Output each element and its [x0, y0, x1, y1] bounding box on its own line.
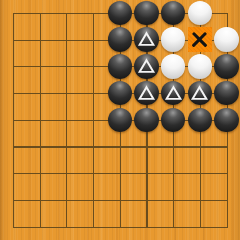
white-stone	[161, 54, 186, 79]
intersection-c4-r9[interactable]	[80, 213, 107, 240]
black-stone	[108, 27, 133, 52]
intersection-c2-r1[interactable]	[26, 0, 53, 26]
intersection-c3-r6[interactable]	[53, 133, 80, 160]
intersection-c6-r8[interactable]	[133, 186, 160, 213]
intersection-c2-r4[interactable]	[26, 80, 53, 107]
white-stone	[214, 27, 239, 52]
intersection-c3-r4[interactable]	[53, 80, 80, 107]
intersection-c9-r8[interactable]	[213, 186, 240, 213]
stones-grid	[0, 0, 240, 240]
intersection-c6-r5[interactable]	[133, 106, 160, 133]
black-stone	[214, 81, 239, 106]
intersection-c6-r9[interactable]	[133, 213, 160, 240]
intersection-c7-r5[interactable]	[160, 106, 187, 133]
go-board	[0, 0, 240, 240]
intersection-c2-r5[interactable]	[26, 106, 53, 133]
intersection-c9-r7[interactable]	[213, 160, 240, 187]
intersection-c6-r7[interactable]	[133, 160, 160, 187]
intersection-c4-r3[interactable]	[80, 53, 107, 80]
intersection-c2-r6[interactable]	[26, 133, 53, 160]
triangle-mark-icon	[190, 84, 209, 103]
intersection-c3-r1[interactable]	[53, 0, 80, 26]
intersection-c2-r3[interactable]	[26, 53, 53, 80]
intersection-c4-r7[interactable]	[80, 160, 107, 187]
intersection-c4-r1[interactable]	[80, 0, 107, 26]
black-stone	[134, 108, 159, 133]
intersection-c1-r8[interactable]	[0, 186, 26, 213]
intersection-c8-r6[interactable]	[186, 133, 213, 160]
black-stone	[134, 1, 159, 26]
intersection-c3-r3[interactable]	[53, 53, 80, 80]
triangle-mark-icon	[137, 57, 156, 76]
intersection-c3-r8[interactable]	[53, 186, 80, 213]
intersection-c8-r2[interactable]	[186, 26, 213, 53]
intersection-c3-r7[interactable]	[53, 160, 80, 187]
intersection-c9-r5[interactable]	[213, 106, 240, 133]
intersection-c9-r1[interactable]	[213, 0, 240, 26]
intersection-c7-r8[interactable]	[160, 186, 187, 213]
intersection-c7-r2[interactable]	[160, 26, 187, 53]
intersection-c8-r4[interactable]	[186, 80, 213, 107]
intersection-c5-r2[interactable]	[106, 26, 133, 53]
black-stone	[188, 108, 213, 133]
triangle-mark-icon	[164, 84, 183, 103]
black-stone	[134, 54, 159, 79]
intersection-c1-r6[interactable]	[0, 133, 26, 160]
black-stone	[108, 54, 133, 79]
intersection-c1-r4[interactable]	[0, 80, 26, 107]
intersection-c3-r5[interactable]	[53, 106, 80, 133]
intersection-c4-r4[interactable]	[80, 80, 107, 107]
black-stone	[134, 27, 159, 52]
intersection-c2-r7[interactable]	[26, 160, 53, 187]
intersection-c4-r8[interactable]	[80, 186, 107, 213]
x-mark-icon	[190, 30, 210, 50]
intersection-c5-r4[interactable]	[106, 80, 133, 107]
black-stone	[161, 81, 186, 106]
intersection-c8-r7[interactable]	[186, 160, 213, 187]
intersection-c5-r8[interactable]	[106, 186, 133, 213]
intersection-c5-r5[interactable]	[106, 106, 133, 133]
intersection-c7-r3[interactable]	[160, 53, 187, 80]
black-stone	[161, 1, 186, 26]
intersection-c2-r2[interactable]	[26, 26, 53, 53]
black-stone	[108, 81, 133, 106]
white-stone	[188, 1, 213, 26]
triangle-mark-icon	[137, 84, 156, 103]
black-stone	[214, 54, 239, 79]
intersection-c6-r2[interactable]	[133, 26, 160, 53]
x-mark-highlight	[188, 27, 213, 52]
intersection-c5-r6[interactable]	[106, 133, 133, 160]
intersection-c6-r1[interactable]	[133, 0, 160, 26]
intersection-c1-r1[interactable]	[0, 0, 26, 26]
white-stone	[188, 54, 213, 79]
intersection-c1-r2[interactable]	[0, 26, 26, 53]
intersection-c1-r5[interactable]	[0, 106, 26, 133]
intersection-c5-r1[interactable]	[106, 0, 133, 26]
intersection-c9-r4[interactable]	[213, 80, 240, 107]
black-stone	[214, 108, 239, 133]
intersection-c9-r6[interactable]	[213, 133, 240, 160]
triangle-mark-icon	[137, 30, 156, 49]
intersection-c6-r4[interactable]	[133, 80, 160, 107]
black-stone	[108, 108, 133, 133]
intersection-c5-r3[interactable]	[106, 53, 133, 80]
black-stone	[134, 81, 159, 106]
intersection-c1-r3[interactable]	[0, 53, 26, 80]
intersection-c4-r6[interactable]	[80, 133, 107, 160]
intersection-c9-r9[interactable]	[213, 213, 240, 240]
intersection-c2-r9[interactable]	[26, 213, 53, 240]
intersection-c4-r5[interactable]	[80, 106, 107, 133]
intersection-c1-r9[interactable]	[0, 213, 26, 240]
intersection-c7-r1[interactable]	[160, 0, 187, 26]
black-stone	[188, 81, 213, 106]
intersection-c4-r2[interactable]	[80, 26, 107, 53]
intersection-c3-r2[interactable]	[53, 26, 80, 53]
intersection-c1-r7[interactable]	[0, 160, 26, 187]
intersection-c7-r9[interactable]	[160, 213, 187, 240]
intersection-c8-r9[interactable]	[186, 213, 213, 240]
intersection-c7-r4[interactable]	[160, 80, 187, 107]
intersection-c2-r8[interactable]	[26, 186, 53, 213]
intersection-c5-r9[interactable]	[106, 213, 133, 240]
intersection-c6-r3[interactable]	[133, 53, 160, 80]
intersection-c3-r9[interactable]	[53, 213, 80, 240]
intersection-c8-r1[interactable]	[186, 0, 213, 26]
intersection-c8-r3[interactable]	[186, 53, 213, 80]
white-stone	[161, 27, 186, 52]
intersection-c9-r3[interactable]	[213, 53, 240, 80]
intersection-c6-r6[interactable]	[133, 133, 160, 160]
intersection-c8-r8[interactable]	[186, 186, 213, 213]
intersection-c8-r5[interactable]	[186, 106, 213, 133]
intersection-c9-r2[interactable]	[213, 26, 240, 53]
black-stone	[161, 108, 186, 133]
intersection-c7-r7[interactable]	[160, 160, 187, 187]
black-stone	[108, 1, 133, 26]
intersection-c7-r6[interactable]	[160, 133, 187, 160]
intersection-c5-r7[interactable]	[106, 160, 133, 187]
